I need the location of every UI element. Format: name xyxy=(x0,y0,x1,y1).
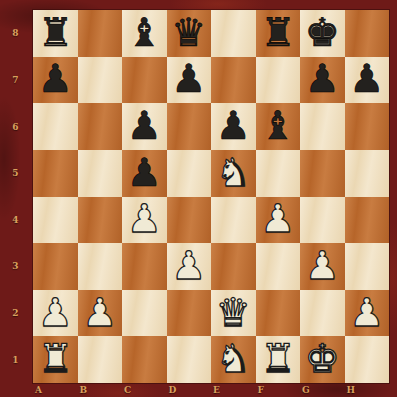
square-b7[interactable] xyxy=(78,57,123,104)
piece-white-knight[interactable]: ♞ xyxy=(216,339,251,380)
square-g7[interactable]: ♟ xyxy=(300,57,345,104)
piece-white-pawn[interactable]: ♟ xyxy=(171,246,206,287)
file-label-d: D xyxy=(167,383,212,397)
chess-board: ♜♝♛♜♚♟♟♟♟♟♟♝♟♞♟♟♟♟♟♟♛♟♜♞♜♚ xyxy=(33,10,389,383)
square-d5[interactable] xyxy=(167,150,212,197)
square-a7[interactable]: ♟ xyxy=(33,57,78,104)
piece-black-rook[interactable]: ♜ xyxy=(38,13,73,54)
square-a1[interactable]: ♜ xyxy=(33,336,78,383)
rank-label-2: 2 xyxy=(0,290,31,337)
piece-white-king[interactable]: ♚ xyxy=(305,339,340,380)
square-g4[interactable] xyxy=(300,197,345,244)
square-h8[interactable] xyxy=(345,10,390,57)
square-g3[interactable]: ♟ xyxy=(300,243,345,290)
piece-black-pawn[interactable]: ♟ xyxy=(305,59,340,100)
square-e2[interactable]: ♛ xyxy=(211,290,256,337)
square-d2[interactable] xyxy=(167,290,212,337)
square-g5[interactable] xyxy=(300,150,345,197)
square-d7[interactable]: ♟ xyxy=(167,57,212,104)
rank-label-1: 1 xyxy=(0,336,31,383)
square-e1[interactable]: ♞ xyxy=(211,336,256,383)
square-f4[interactable]: ♟ xyxy=(256,197,301,244)
rank-label-8: 8 xyxy=(0,10,31,57)
piece-white-queen[interactable]: ♛ xyxy=(216,293,251,334)
piece-black-queen[interactable]: ♛ xyxy=(171,13,206,54)
piece-black-rook[interactable]: ♜ xyxy=(260,13,295,54)
rank-label-4: 4 xyxy=(0,197,31,244)
square-b2[interactable]: ♟ xyxy=(78,290,123,337)
square-e7[interactable] xyxy=(211,57,256,104)
square-h3[interactable] xyxy=(345,243,390,290)
square-c8[interactable]: ♝ xyxy=(122,10,167,57)
piece-white-knight[interactable]: ♞ xyxy=(216,153,251,194)
square-f5[interactable] xyxy=(256,150,301,197)
piece-white-pawn[interactable]: ♟ xyxy=(260,199,295,240)
chess-diagram: 87654321 ABCDEFGH ♜♝♛♜♚♟♟♟♟♟♟♝♟♞♟♟♟♟♟♟♛♟… xyxy=(0,0,397,397)
square-f6[interactable]: ♝ xyxy=(256,103,301,150)
square-g6[interactable] xyxy=(300,103,345,150)
rank-label-7: 7 xyxy=(0,57,31,104)
square-d1[interactable] xyxy=(167,336,212,383)
square-a2[interactable]: ♟ xyxy=(33,290,78,337)
piece-black-pawn[interactable]: ♟ xyxy=(171,59,206,100)
piece-white-pawn[interactable]: ♟ xyxy=(305,246,340,287)
piece-white-rook[interactable]: ♜ xyxy=(38,339,73,380)
square-b8[interactable] xyxy=(78,10,123,57)
square-f2[interactable] xyxy=(256,290,301,337)
square-c5[interactable]: ♟ xyxy=(122,150,167,197)
square-d8[interactable]: ♛ xyxy=(167,10,212,57)
square-g8[interactable]: ♚ xyxy=(300,10,345,57)
square-e8[interactable] xyxy=(211,10,256,57)
square-f3[interactable] xyxy=(256,243,301,290)
file-label-e: E xyxy=(211,383,256,397)
piece-white-pawn[interactable]: ♟ xyxy=(127,199,162,240)
piece-white-rook[interactable]: ♜ xyxy=(260,339,295,380)
square-f7[interactable] xyxy=(256,57,301,104)
square-e5[interactable]: ♞ xyxy=(211,150,256,197)
piece-black-bishop[interactable]: ♝ xyxy=(260,106,295,147)
square-c2[interactable] xyxy=(122,290,167,337)
piece-black-pawn[interactable]: ♟ xyxy=(216,106,251,147)
square-h4[interactable] xyxy=(345,197,390,244)
square-a5[interactable] xyxy=(33,150,78,197)
square-f8[interactable]: ♜ xyxy=(256,10,301,57)
square-h7[interactable]: ♟ xyxy=(345,57,390,104)
file-label-b: B xyxy=(78,383,123,397)
file-label-g: G xyxy=(300,383,345,397)
piece-black-king[interactable]: ♚ xyxy=(305,13,340,54)
square-h5[interactable] xyxy=(345,150,390,197)
square-a3[interactable] xyxy=(33,243,78,290)
piece-white-pawn[interactable]: ♟ xyxy=(38,293,73,334)
file-label-f: F xyxy=(256,383,301,397)
piece-black-pawn[interactable]: ♟ xyxy=(127,153,162,194)
square-c1[interactable] xyxy=(122,336,167,383)
piece-black-pawn[interactable]: ♟ xyxy=(349,59,384,100)
rank-labels: 87654321 xyxy=(0,10,31,383)
square-c7[interactable] xyxy=(122,57,167,104)
piece-black-bishop[interactable]: ♝ xyxy=(127,13,162,54)
file-label-a: A xyxy=(33,383,78,397)
square-a4[interactable] xyxy=(33,197,78,244)
piece-white-pawn[interactable]: ♟ xyxy=(349,293,384,334)
piece-black-pawn[interactable]: ♟ xyxy=(127,106,162,147)
file-label-h: H xyxy=(345,383,390,397)
piece-black-pawn[interactable]: ♟ xyxy=(38,59,73,100)
piece-white-pawn[interactable]: ♟ xyxy=(82,293,117,334)
square-b6[interactable] xyxy=(78,103,123,150)
rank-label-3: 3 xyxy=(0,243,31,290)
square-h6[interactable] xyxy=(345,103,390,150)
square-b3[interactable] xyxy=(78,243,123,290)
square-d3[interactable]: ♟ xyxy=(167,243,212,290)
square-e4[interactable] xyxy=(211,197,256,244)
square-c3[interactable] xyxy=(122,243,167,290)
square-g2[interactable] xyxy=(300,290,345,337)
file-label-c: C xyxy=(122,383,167,397)
rank-label-5: 5 xyxy=(0,150,31,197)
file-labels: ABCDEFGH xyxy=(33,383,389,397)
square-d6[interactable] xyxy=(167,103,212,150)
square-a8[interactable]: ♜ xyxy=(33,10,78,57)
square-b1[interactable] xyxy=(78,336,123,383)
square-c6[interactable]: ♟ xyxy=(122,103,167,150)
square-c4[interactable]: ♟ xyxy=(122,197,167,244)
square-h2[interactable]: ♟ xyxy=(345,290,390,337)
square-g1[interactable]: ♚ xyxy=(300,336,345,383)
square-b5[interactable] xyxy=(78,150,123,197)
square-e6[interactable]: ♟ xyxy=(211,103,256,150)
rank-label-6: 6 xyxy=(0,103,31,150)
square-b4[interactable] xyxy=(78,197,123,244)
square-e3[interactable] xyxy=(211,243,256,290)
square-h1[interactable] xyxy=(345,336,390,383)
square-f1[interactable]: ♜ xyxy=(256,336,301,383)
square-a6[interactable] xyxy=(33,103,78,150)
square-d4[interactable] xyxy=(167,197,212,244)
